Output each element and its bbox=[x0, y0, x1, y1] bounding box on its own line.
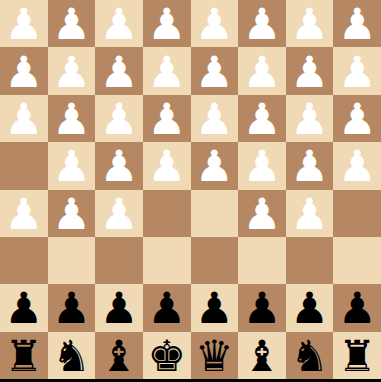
black-pawn[interactable]: ♟ bbox=[52, 287, 91, 330]
white-pawn[interactable]: ♟ bbox=[195, 98, 234, 141]
white-pawn[interactable]: ♟ bbox=[290, 51, 329, 94]
square-b5[interactable]: ♟ bbox=[286, 190, 334, 237]
square-g4[interactable]: ♟ bbox=[48, 142, 96, 189]
white-pawn[interactable]: ♟ bbox=[100, 193, 139, 236]
black-king[interactable]: ♚ bbox=[147, 335, 186, 378]
square-f5[interactable]: ♟ bbox=[95, 190, 143, 237]
white-pawn[interactable]: ♟ bbox=[100, 3, 139, 46]
black-rook[interactable]: ♜ bbox=[338, 335, 377, 378]
square-d2[interactable]: ♟ bbox=[191, 47, 239, 94]
square-c2[interactable]: ♟ bbox=[238, 47, 286, 94]
square-d7[interactable]: ♟ bbox=[191, 284, 239, 331]
square-f1[interactable]: ♟ bbox=[95, 0, 143, 47]
black-rook[interactable]: ♜ bbox=[5, 335, 44, 378]
square-c4[interactable]: ♟ bbox=[238, 142, 286, 189]
square-a3[interactable]: ♟ bbox=[333, 95, 381, 142]
square-e5[interactable] bbox=[143, 190, 191, 237]
black-pawn[interactable]: ♟ bbox=[290, 287, 329, 330]
white-pawn[interactable]: ♟ bbox=[243, 193, 282, 236]
square-c8[interactable]: ♝ bbox=[238, 332, 286, 379]
square-a4[interactable]: ♟ bbox=[333, 142, 381, 189]
square-b6[interactable] bbox=[286, 237, 334, 284]
square-a1[interactable]: ♟ bbox=[333, 0, 381, 47]
square-c5[interactable]: ♟ bbox=[238, 190, 286, 237]
square-e1[interactable]: ♟ bbox=[143, 0, 191, 47]
white-pawn[interactable]: ♟ bbox=[147, 98, 186, 141]
square-c3[interactable]: ♟ bbox=[238, 95, 286, 142]
white-pawn[interactable]: ♟ bbox=[147, 145, 186, 188]
black-pawn[interactable]: ♟ bbox=[147, 287, 186, 330]
square-d5[interactable] bbox=[191, 190, 239, 237]
chess-board-container: ♟♟♟♟♟♟♟♟♟♟♟♟♟♟♟♟♟♟♟♟♟♟♟♟♟♟♟♟♟♟♟♟♟♟♟♟♟♟♟♟… bbox=[0, 0, 381, 382]
square-d4[interactable]: ♟ bbox=[191, 142, 239, 189]
square-g6[interactable] bbox=[48, 237, 96, 284]
square-d1[interactable]: ♟ bbox=[191, 0, 239, 47]
square-g2[interactable]: ♟ bbox=[48, 47, 96, 94]
white-pawn[interactable]: ♟ bbox=[243, 98, 282, 141]
white-pawn[interactable]: ♟ bbox=[195, 145, 234, 188]
square-h4[interactable] bbox=[0, 142, 48, 189]
square-e8[interactable]: ♚ bbox=[143, 332, 191, 379]
square-g3[interactable]: ♟ bbox=[48, 95, 96, 142]
square-a2[interactable]: ♟ bbox=[333, 47, 381, 94]
black-queen[interactable]: ♛ bbox=[195, 335, 234, 378]
square-h5[interactable]: ♟ bbox=[0, 190, 48, 237]
black-pawn[interactable]: ♟ bbox=[195, 287, 234, 330]
square-h6[interactable] bbox=[0, 237, 48, 284]
square-g5[interactable]: ♟ bbox=[48, 190, 96, 237]
white-pawn[interactable]: ♟ bbox=[338, 98, 377, 141]
white-pawn[interactable]: ♟ bbox=[52, 51, 91, 94]
white-pawn[interactable]: ♟ bbox=[52, 193, 91, 236]
square-e2[interactable]: ♟ bbox=[143, 47, 191, 94]
square-h1[interactable]: ♟ bbox=[0, 0, 48, 47]
square-f3[interactable]: ♟ bbox=[95, 95, 143, 142]
square-h2[interactable]: ♟ bbox=[0, 47, 48, 94]
square-c6[interactable] bbox=[238, 237, 286, 284]
white-pawn[interactable]: ♟ bbox=[290, 98, 329, 141]
square-f6[interactable] bbox=[95, 237, 143, 284]
square-b3[interactable]: ♟ bbox=[286, 95, 334, 142]
black-bishop[interactable]: ♝ bbox=[100, 335, 139, 378]
square-e7[interactable]: ♟ bbox=[143, 284, 191, 331]
square-a6[interactable] bbox=[333, 237, 381, 284]
black-pawn[interactable]: ♟ bbox=[243, 287, 282, 330]
white-pawn[interactable]: ♟ bbox=[5, 51, 44, 94]
square-f7[interactable]: ♟ bbox=[95, 284, 143, 331]
square-f2[interactable]: ♟ bbox=[95, 47, 143, 94]
white-pawn[interactable]: ♟ bbox=[338, 145, 377, 188]
white-pawn[interactable]: ♟ bbox=[195, 3, 234, 46]
white-pawn[interactable]: ♟ bbox=[100, 51, 139, 94]
white-pawn[interactable]: ♟ bbox=[290, 193, 329, 236]
white-pawn[interactable]: ♟ bbox=[52, 145, 91, 188]
square-b4[interactable]: ♟ bbox=[286, 142, 334, 189]
square-e4[interactable]: ♟ bbox=[143, 142, 191, 189]
square-a7[interactable]: ♟ bbox=[333, 284, 381, 331]
square-f8[interactable]: ♝ bbox=[95, 332, 143, 379]
black-pawn[interactable]: ♟ bbox=[100, 287, 139, 330]
square-a5[interactable] bbox=[333, 190, 381, 237]
white-pawn[interactable]: ♟ bbox=[147, 51, 186, 94]
black-pawn[interactable]: ♟ bbox=[338, 287, 377, 330]
white-pawn[interactable]: ♟ bbox=[5, 193, 44, 236]
black-knight[interactable]: ♞ bbox=[52, 335, 91, 378]
white-pawn[interactable]: ♟ bbox=[290, 145, 329, 188]
white-pawn[interactable]: ♟ bbox=[5, 3, 44, 46]
black-bishop[interactable]: ♝ bbox=[243, 335, 282, 378]
white-pawn[interactable]: ♟ bbox=[243, 51, 282, 94]
square-b2[interactable]: ♟ bbox=[286, 47, 334, 94]
square-d8[interactable]: ♛ bbox=[191, 332, 239, 379]
square-a8[interactable]: ♜ bbox=[333, 332, 381, 379]
white-pawn[interactable]: ♟ bbox=[52, 98, 91, 141]
square-b7[interactable]: ♟ bbox=[286, 284, 334, 331]
square-c7[interactable]: ♟ bbox=[238, 284, 286, 331]
square-c1[interactable]: ♟ bbox=[238, 0, 286, 47]
black-knight[interactable]: ♞ bbox=[290, 335, 329, 378]
chess-board: ♟♟♟♟♟♟♟♟♟♟♟♟♟♟♟♟♟♟♟♟♟♟♟♟♟♟♟♟♟♟♟♟♟♟♟♟♟♟♟♟… bbox=[0, 0, 381, 379]
square-d6[interactable] bbox=[191, 237, 239, 284]
white-pawn[interactable]: ♟ bbox=[100, 98, 139, 141]
square-d3[interactable]: ♟ bbox=[191, 95, 239, 142]
square-h3[interactable]: ♟ bbox=[0, 95, 48, 142]
white-pawn[interactable]: ♟ bbox=[52, 3, 91, 46]
white-pawn[interactable]: ♟ bbox=[290, 3, 329, 46]
square-e3[interactable]: ♟ bbox=[143, 95, 191, 142]
white-pawn[interactable]: ♟ bbox=[338, 3, 377, 46]
square-g7[interactable]: ♟ bbox=[48, 284, 96, 331]
square-b1[interactable]: ♟ bbox=[286, 0, 334, 47]
square-h8[interactable]: ♜ bbox=[0, 332, 48, 379]
square-e6[interactable] bbox=[143, 237, 191, 284]
white-pawn[interactable]: ♟ bbox=[338, 51, 377, 94]
square-f4[interactable]: ♟ bbox=[95, 142, 143, 189]
white-pawn[interactable]: ♟ bbox=[243, 3, 282, 46]
white-pawn[interactable]: ♟ bbox=[243, 145, 282, 188]
square-b8[interactable]: ♞ bbox=[286, 332, 334, 379]
white-pawn[interactable]: ♟ bbox=[147, 3, 186, 46]
square-g8[interactable]: ♞ bbox=[48, 332, 96, 379]
white-pawn[interactable]: ♟ bbox=[195, 51, 234, 94]
black-pawn[interactable]: ♟ bbox=[5, 287, 44, 330]
white-pawn[interactable]: ♟ bbox=[5, 98, 44, 141]
square-g1[interactable]: ♟ bbox=[48, 0, 96, 47]
white-pawn[interactable]: ♟ bbox=[100, 145, 139, 188]
square-h7[interactable]: ♟ bbox=[0, 284, 48, 331]
